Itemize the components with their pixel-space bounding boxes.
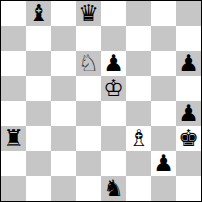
square-c7[interactable] <box>51 26 76 51</box>
square-a6[interactable] <box>1 51 26 76</box>
square-f1[interactable] <box>126 176 151 201</box>
square-d6[interactable]: ♘ <box>76 51 101 76</box>
square-b1[interactable] <box>26 176 51 201</box>
square-b8[interactable]: ♝ <box>26 1 51 26</box>
square-f4[interactable] <box>126 101 151 126</box>
piece-black-pawn: ♟ <box>103 51 124 76</box>
square-b7[interactable] <box>26 26 51 51</box>
square-e2[interactable] <box>101 151 126 176</box>
square-d5[interactable] <box>76 76 101 101</box>
square-a8[interactable] <box>1 1 26 26</box>
square-d8[interactable]: ♛ <box>76 1 101 26</box>
square-d7[interactable] <box>76 26 101 51</box>
square-f7[interactable] <box>126 26 151 51</box>
square-b6[interactable] <box>26 51 51 76</box>
square-b5[interactable] <box>26 76 51 101</box>
piece-white-knight: ♘ <box>78 51 99 76</box>
square-a3[interactable]: ♜ <box>1 126 26 151</box>
piece-black-pawn: ♟ <box>153 151 174 176</box>
square-c2[interactable] <box>51 151 76 176</box>
square-h5[interactable] <box>176 76 201 101</box>
piece-black-pawn: ♟ <box>178 51 199 76</box>
square-a5[interactable] <box>1 76 26 101</box>
square-e7[interactable] <box>101 26 126 51</box>
square-h4[interactable]: ♟ <box>176 101 201 126</box>
square-e8[interactable] <box>101 1 126 26</box>
square-e3[interactable] <box>101 126 126 151</box>
square-c3[interactable] <box>51 126 76 151</box>
square-c1[interactable] <box>51 176 76 201</box>
square-b3[interactable] <box>26 126 51 151</box>
square-c8[interactable] <box>51 1 76 26</box>
square-b4[interactable] <box>26 101 51 126</box>
piece-black-pawn: ♟ <box>178 101 199 126</box>
square-a1[interactable] <box>1 176 26 201</box>
square-e4[interactable] <box>101 101 126 126</box>
piece-white-bishop: ♗ <box>128 126 149 151</box>
square-h2[interactable] <box>176 151 201 176</box>
square-a7[interactable] <box>1 26 26 51</box>
piece-black-queen: ♛ <box>78 1 99 26</box>
square-d1[interactable] <box>76 176 101 201</box>
square-g2[interactable]: ♟ <box>151 151 176 176</box>
square-a2[interactable] <box>1 151 26 176</box>
square-c6[interactable] <box>51 51 76 76</box>
square-g8[interactable] <box>151 1 176 26</box>
square-f3[interactable]: ♗ <box>126 126 151 151</box>
square-h3[interactable]: ♚ <box>176 126 201 151</box>
square-a4[interactable] <box>1 101 26 126</box>
piece-black-rook: ♜ <box>3 126 24 151</box>
square-d3[interactable] <box>76 126 101 151</box>
square-e6[interactable]: ♟ <box>101 51 126 76</box>
square-c4[interactable] <box>51 101 76 126</box>
square-h1[interactable] <box>176 176 201 201</box>
square-c5[interactable] <box>51 76 76 101</box>
square-g5[interactable] <box>151 76 176 101</box>
square-g6[interactable] <box>151 51 176 76</box>
square-h6[interactable]: ♟ <box>176 51 201 76</box>
square-g3[interactable] <box>151 126 176 151</box>
square-h8[interactable] <box>176 1 201 26</box>
square-g1[interactable] <box>151 176 176 201</box>
piece-black-bishop: ♝ <box>28 1 49 26</box>
piece-white-king: ♔ <box>103 76 124 101</box>
square-g7[interactable] <box>151 26 176 51</box>
piece-black-king: ♚ <box>178 126 199 151</box>
square-d4[interactable] <box>76 101 101 126</box>
square-h7[interactable] <box>176 26 201 51</box>
square-g4[interactable] <box>151 101 176 126</box>
square-f5[interactable] <box>126 76 151 101</box>
square-d2[interactable] <box>76 151 101 176</box>
square-f2[interactable] <box>126 151 151 176</box>
square-e5[interactable]: ♔ <box>101 76 126 101</box>
square-e1[interactable]: ♞ <box>101 176 126 201</box>
chess-board: ♝♛♘♟♟♔♟♜♗♚♟♞ <box>0 0 202 202</box>
square-f8[interactable] <box>126 1 151 26</box>
square-f6[interactable] <box>126 51 151 76</box>
square-b2[interactable] <box>26 151 51 176</box>
piece-black-knight: ♞ <box>103 176 124 201</box>
